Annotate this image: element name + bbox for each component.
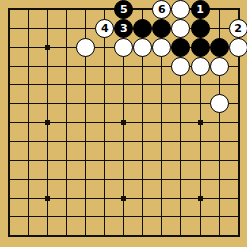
grid-line-horizontal: [10, 141, 239, 142]
stone-white: [133, 38, 152, 57]
stone-white: [229, 38, 247, 57]
grid-line-horizontal: [10, 179, 239, 180]
star-point: [121, 120, 126, 125]
go-diagram-screenshot: 561432: [0, 0, 247, 247]
stone-white: [210, 57, 229, 76]
stone-black-move-3: 3: [114, 19, 133, 38]
star-point: [198, 196, 203, 201]
star-point: [45, 196, 50, 201]
stone-white: [171, 57, 190, 76]
star-point: [198, 120, 203, 125]
star-point: [121, 196, 126, 201]
stone-black: [210, 38, 229, 57]
stone-white: [76, 38, 95, 57]
stone-black: [191, 38, 210, 57]
go-board[interactable]: 561432: [0, 0, 247, 247]
stone-white: [152, 38, 171, 57]
stone-black: [191, 19, 210, 38]
stone-white: [114, 38, 133, 57]
star-point: [45, 120, 50, 125]
stone-black: [171, 38, 190, 57]
stone-white: [191, 57, 210, 76]
stone-white-move-4: 4: [95, 19, 114, 38]
stone-black-move-1: 1: [191, 0, 210, 19]
stone-white: [210, 94, 229, 113]
star-point: [45, 45, 50, 50]
stone-white-move-2: 2: [229, 19, 247, 38]
grid-line-horizontal: [10, 216, 239, 217]
grid-line-horizontal: [10, 160, 239, 161]
